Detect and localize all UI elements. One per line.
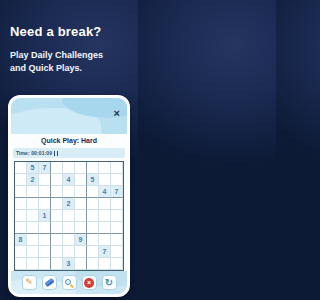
sudoku-cell[interactable] bbox=[39, 198, 51, 210]
sudoku-cell[interactable] bbox=[75, 222, 87, 234]
sudoku-cell[interactable] bbox=[15, 222, 27, 234]
sudoku-cell[interactable] bbox=[99, 162, 111, 174]
hero-section: Need a break? Play Daily Challenges and … bbox=[10, 24, 134, 75]
delete-icon: × bbox=[84, 278, 94, 288]
sudoku-cell[interactable] bbox=[27, 198, 39, 210]
sudoku-cell[interactable] bbox=[75, 186, 87, 198]
sudoku-cell[interactable] bbox=[63, 246, 75, 258]
magnifier-button[interactable] bbox=[62, 275, 77, 290]
sudoku-cell[interactable]: 4 bbox=[63, 174, 75, 186]
sudoku-cell[interactable] bbox=[27, 222, 39, 234]
sudoku-cell[interactable] bbox=[111, 198, 123, 210]
sudoku-cell[interactable] bbox=[51, 174, 63, 186]
sudoku-cell[interactable] bbox=[15, 246, 27, 258]
eraser-button[interactable] bbox=[42, 275, 57, 290]
sudoku-cell[interactable] bbox=[39, 186, 51, 198]
sudoku-cell[interactable] bbox=[51, 222, 63, 234]
sudoku-cell[interactable] bbox=[87, 258, 99, 270]
sudoku-cell[interactable] bbox=[27, 258, 39, 270]
sudoku-cell[interactable] bbox=[63, 234, 75, 246]
sudoku-cell[interactable] bbox=[51, 186, 63, 198]
sudoku-cell[interactable] bbox=[15, 210, 27, 222]
hero-headline: Need a break? bbox=[10, 24, 134, 39]
sudoku-cell[interactable] bbox=[51, 234, 63, 246]
sudoku-cell[interactable] bbox=[51, 258, 63, 270]
sudoku-cell[interactable] bbox=[63, 222, 75, 234]
sudoku-cell[interactable] bbox=[75, 210, 87, 222]
sudoku-cell[interactable] bbox=[99, 198, 111, 210]
reset-button[interactable]: ↻ bbox=[102, 275, 117, 290]
pencil-button[interactable]: ✎ bbox=[22, 275, 37, 290]
sudoku-cell[interactable] bbox=[39, 246, 51, 258]
hero-subline-1: Play Daily Challenges bbox=[10, 49, 134, 62]
hero-subline-2: and Quick Plays. bbox=[10, 62, 134, 75]
sudoku-cell[interactable] bbox=[87, 222, 99, 234]
sudoku-cell[interactable]: 7 bbox=[99, 246, 111, 258]
sudoku-cell[interactable] bbox=[75, 246, 87, 258]
sudoku-cell[interactable]: 5 bbox=[27, 162, 39, 174]
reset-icon: ↻ bbox=[105, 278, 113, 288]
sudoku-cell[interactable] bbox=[111, 246, 123, 258]
sudoku-cell[interactable] bbox=[111, 162, 123, 174]
sudoku-cell[interactable] bbox=[75, 198, 87, 210]
sudoku-cell[interactable]: 4 bbox=[99, 186, 111, 198]
sudoku-cell[interactable] bbox=[111, 210, 123, 222]
sudoku-cell[interactable] bbox=[99, 222, 111, 234]
sudoku-cell[interactable] bbox=[27, 234, 39, 246]
timer-label: Time: 00:01:09 bbox=[16, 150, 52, 156]
sudoku-grid: 5724547218973 bbox=[14, 161, 124, 271]
sudoku-cell[interactable] bbox=[63, 210, 75, 222]
delete-button[interactable]: × bbox=[82, 275, 97, 290]
toolbar: ✎ × ↻ bbox=[11, 271, 127, 294]
sudoku-cell[interactable]: 7 bbox=[111, 186, 123, 198]
card-banner: × bbox=[11, 98, 127, 134]
sudoku-cell[interactable] bbox=[99, 258, 111, 270]
quick-play-card: × Quick Play: Hard Time: 00:01:09 572454… bbox=[8, 95, 130, 297]
sudoku-cell[interactable] bbox=[39, 234, 51, 246]
sudoku-cell[interactable] bbox=[51, 246, 63, 258]
card-title: Quick Play: Hard bbox=[11, 137, 127, 144]
sudoku-cell[interactable] bbox=[51, 198, 63, 210]
sudoku-cell[interactable]: 2 bbox=[63, 198, 75, 210]
sudoku-cell[interactable] bbox=[15, 258, 27, 270]
sudoku-cell[interactable] bbox=[27, 210, 39, 222]
sudoku-cell[interactable] bbox=[87, 210, 99, 222]
sudoku-cell[interactable] bbox=[27, 246, 39, 258]
magnifier-icon bbox=[65, 279, 73, 287]
sudoku-cell[interactable]: 1 bbox=[39, 210, 51, 222]
sudoku-cell[interactable] bbox=[39, 222, 51, 234]
sudoku-cell[interactable]: 8 bbox=[15, 234, 27, 246]
sudoku-cell[interactable] bbox=[99, 210, 111, 222]
sudoku-cell[interactable] bbox=[75, 162, 87, 174]
grid-wrap: 5724547218973 bbox=[11, 161, 127, 271]
sudoku-cell[interactable] bbox=[111, 234, 123, 246]
sudoku-cell[interactable]: 5 bbox=[87, 174, 99, 186]
sudoku-cell[interactable] bbox=[87, 186, 99, 198]
sudoku-cell[interactable] bbox=[87, 234, 99, 246]
sudoku-cell[interactable] bbox=[27, 186, 39, 198]
sudoku-cell[interactable] bbox=[87, 198, 99, 210]
close-icon[interactable]: × bbox=[114, 108, 120, 119]
sudoku-cell[interactable] bbox=[63, 186, 75, 198]
pencil-icon: ✎ bbox=[25, 278, 33, 287]
sudoku-cell[interactable] bbox=[15, 162, 27, 174]
sudoku-cell[interactable] bbox=[111, 174, 123, 186]
sudoku-cell[interactable]: 7 bbox=[39, 162, 51, 174]
sudoku-cell[interactable] bbox=[111, 222, 123, 234]
pause-icon[interactable] bbox=[54, 151, 58, 156]
sudoku-cell[interactable]: 9 bbox=[75, 234, 87, 246]
sudoku-cell[interactable] bbox=[87, 246, 99, 258]
sudoku-cell[interactable] bbox=[39, 258, 51, 270]
sudoku-cell[interactable] bbox=[99, 174, 111, 186]
sudoku-cell[interactable] bbox=[111, 258, 123, 270]
sudoku-cell[interactable] bbox=[99, 234, 111, 246]
sudoku-cell[interactable] bbox=[75, 258, 87, 270]
sudoku-cell[interactable] bbox=[51, 210, 63, 222]
sudoku-cell[interactable] bbox=[15, 198, 27, 210]
sudoku-cell[interactable] bbox=[15, 186, 27, 198]
sudoku-cell[interactable]: 2 bbox=[27, 174, 39, 186]
sudoku-cell[interactable] bbox=[15, 174, 27, 186]
sudoku-cell[interactable] bbox=[75, 174, 87, 186]
sudoku-cell[interactable] bbox=[39, 174, 51, 186]
sudoku-cell[interactable] bbox=[51, 162, 63, 174]
sudoku-cell[interactable] bbox=[63, 162, 75, 174]
eraser-icon bbox=[44, 278, 54, 287]
sudoku-cell[interactable]: 3 bbox=[63, 258, 75, 270]
timer-bar: Time: 00:01:09 bbox=[13, 148, 125, 158]
sudoku-cell[interactable] bbox=[87, 162, 99, 174]
